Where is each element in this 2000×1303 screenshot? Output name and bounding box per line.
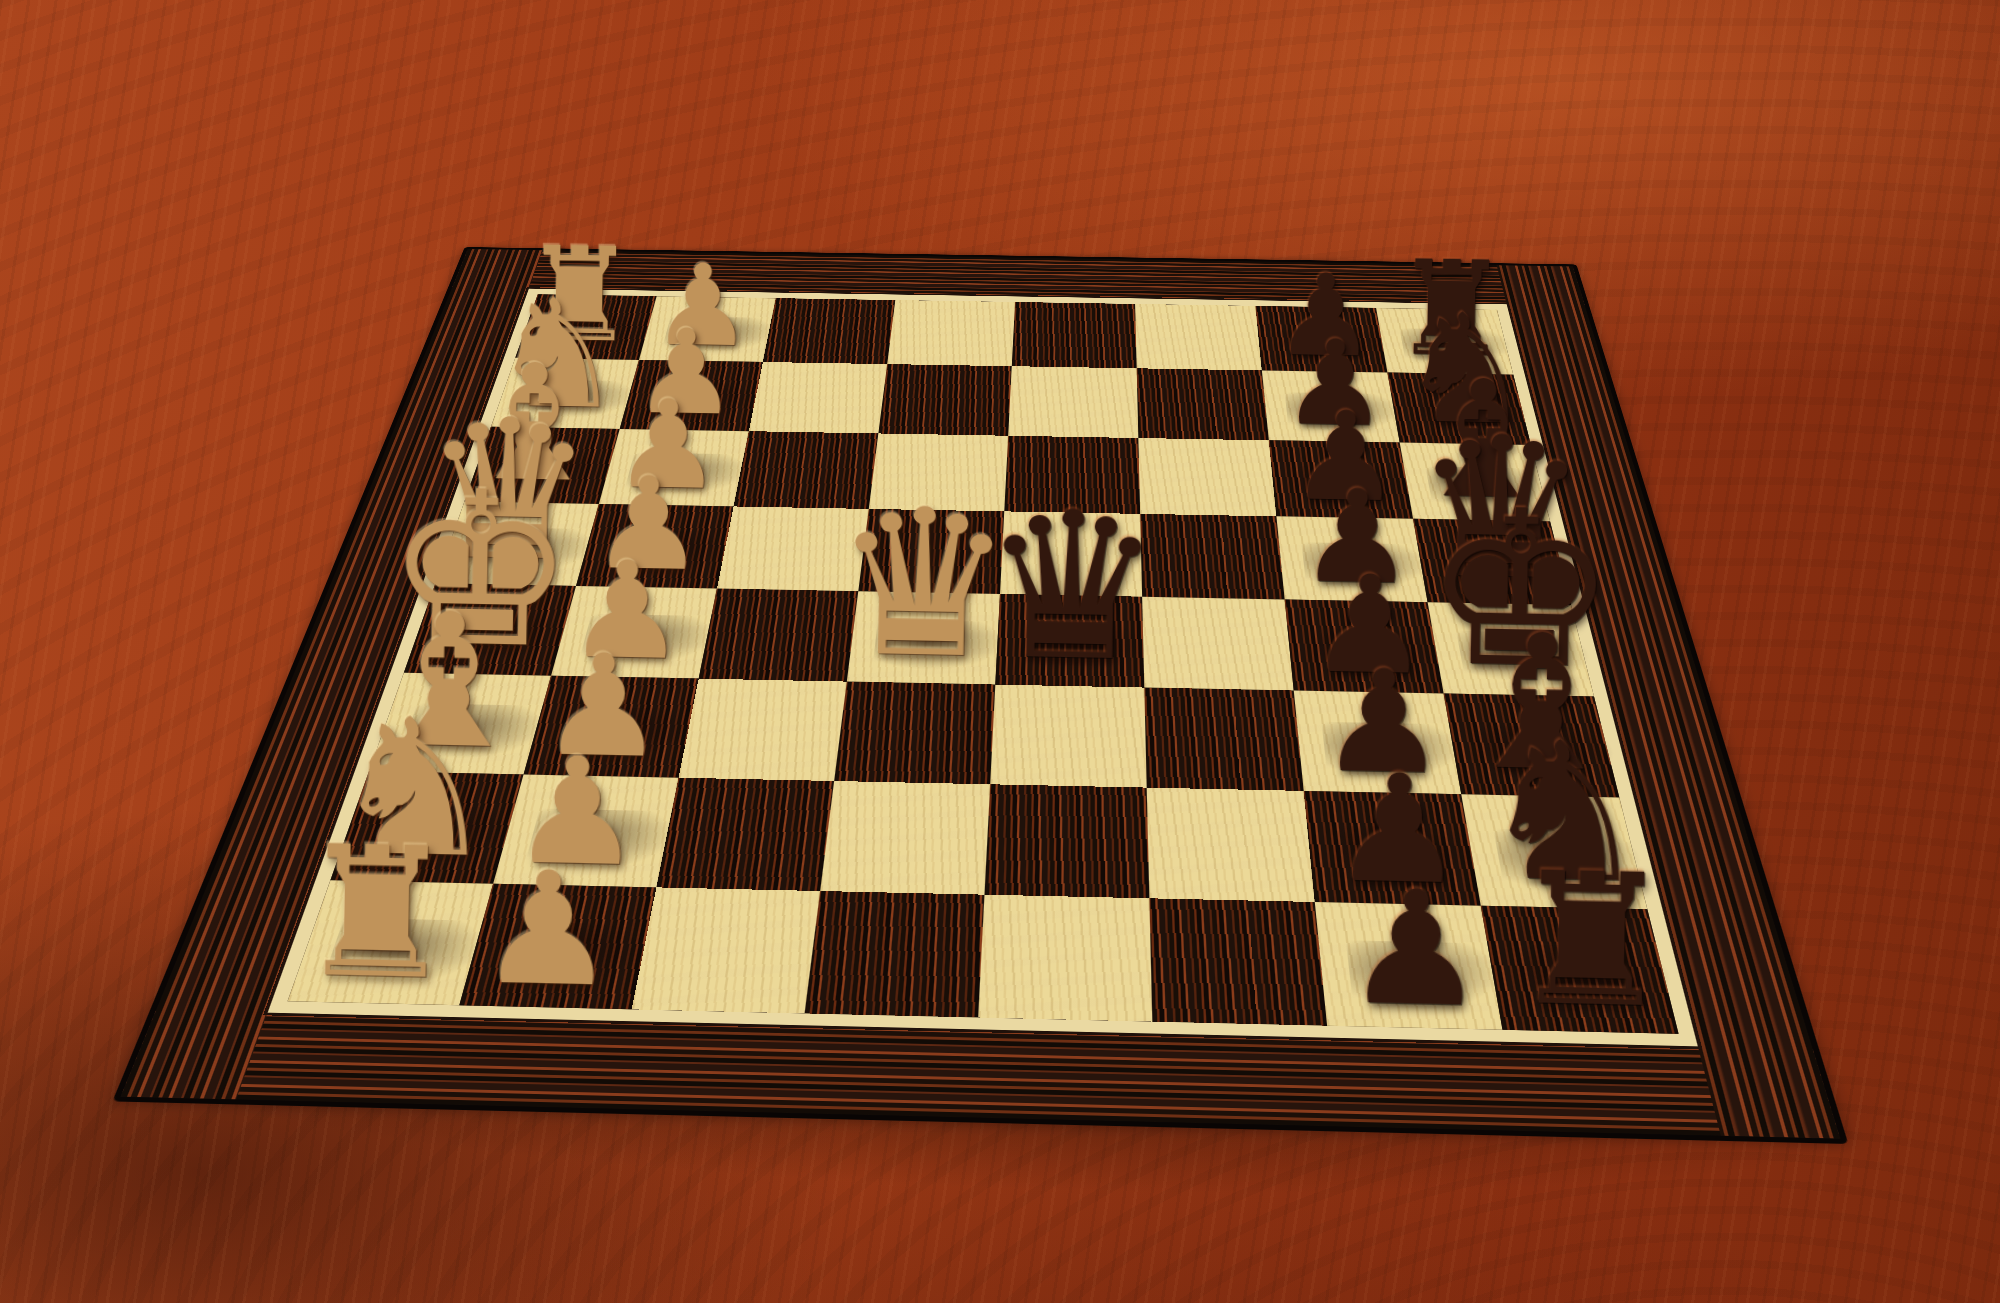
square-g6[interactable] (1147, 787, 1315, 901)
square-a6[interactable] (1135, 304, 1262, 370)
square-a4[interactable] (887, 300, 1015, 366)
square-h8[interactable]: ♜ (1481, 905, 1679, 1033)
square-b6[interactable] (1137, 368, 1269, 440)
photo-chess-scene: ♜♟♟♜♞♟♟♞♝♟♟♝♛♟♟♛♚♟♛♛♟♚♝♟♟♝♞♟♟♞♜♟♟♜ (0, 0, 2000, 1303)
square-f6[interactable] (1144, 687, 1303, 790)
square-f5[interactable] (990, 684, 1147, 787)
white-pawn-h2[interactable]: ♟ (477, 854, 619, 1005)
board-playing-area: ♜♟♟♜♞♟♟♞♝♟♟♝♛♟♟♛♚♟♛♛♟♚♝♟♟♝♞♟♟♞♜♟♟♜ (268, 288, 1698, 1046)
square-g5[interactable] (984, 784, 1149, 898)
white-rook-h1[interactable]: ♜ (294, 827, 457, 1002)
square-h7[interactable]: ♟ (1315, 901, 1503, 1029)
square-e6[interactable] (1142, 596, 1294, 690)
board-grid: ♜♟♟♜♞♟♟♞♝♟♟♝♛♟♟♛♚♟♛♛♟♚♝♟♟♝♞♟♟♞♜♟♟♜ (288, 294, 1679, 1034)
square-e4[interactable]: ♛ (847, 591, 1000, 684)
square-g4[interactable] (820, 781, 990, 895)
square-e5[interactable]: ♛ (995, 594, 1144, 688)
black-queen-e5[interactable]: ♛ (979, 488, 1165, 684)
black-rook-h8[interactable]: ♜ (1508, 853, 1676, 1030)
square-f3[interactable] (679, 678, 847, 780)
square-b5[interactable] (1008, 366, 1138, 438)
square-a3[interactable] (763, 298, 895, 364)
chessboard: ♜♟♟♜♞♟♟♞♝♟♟♝♛♟♟♛♚♟♛♛♟♚♝♟♟♝♞♟♟♞♜♟♟♜ (112, 247, 1848, 1144)
scene: ♜♟♟♜♞♟♟♞♝♟♟♝♛♟♟♛♚♟♛♛♟♚♝♟♟♝♞♟♟♞♜♟♟♜ (0, 0, 2000, 1303)
square-b3[interactable] (749, 362, 887, 433)
black-pawn-h7[interactable]: ♟ (1344, 873, 1488, 1026)
square-a5[interactable] (1012, 302, 1137, 368)
square-h4[interactable] (805, 891, 985, 1017)
square-h5[interactable] (978, 894, 1152, 1021)
square-h3[interactable] (632, 887, 821, 1013)
square-h1[interactable]: ♜ (288, 880, 494, 1005)
square-h2[interactable]: ♟ (459, 883, 656, 1009)
square-b4[interactable] (878, 364, 1011, 436)
square-f4[interactable] (834, 681, 995, 784)
square-g3[interactable] (656, 777, 834, 890)
square-h6[interactable] (1149, 898, 1327, 1025)
